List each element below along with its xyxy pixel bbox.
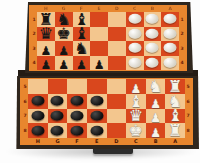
black-pawn: ♟ xyxy=(58,45,69,57)
square-b4 xyxy=(144,56,162,71)
square-h7 xyxy=(28,109,48,124)
white-checker xyxy=(146,58,159,68)
square-a3 xyxy=(161,41,179,56)
square-e6 xyxy=(87,94,107,109)
white-pawn: ♟ xyxy=(150,127,161,139)
square-c1 xyxy=(126,12,144,27)
black-checker xyxy=(51,96,64,106)
black-pawn: ♟ xyxy=(40,59,51,71)
product-photo: HGFEDCBA 1234 ♜♞♝♛♚♝♟♟♞♟♟♟♟ 1234 5678 ♟♞… xyxy=(0,0,200,163)
black-checker xyxy=(90,111,103,121)
square-h3: ♟ xyxy=(37,41,55,56)
white-rook: ♜ xyxy=(168,123,182,139)
square-g7 xyxy=(48,109,68,124)
white-knight: ♞ xyxy=(148,79,162,95)
square-a4 xyxy=(161,56,179,71)
square-e3 xyxy=(90,41,108,56)
square-d4 xyxy=(108,56,126,71)
white-pawn: ♟ xyxy=(150,112,161,124)
coordinate-label: 6 xyxy=(186,99,189,104)
coordinate-label: 7 xyxy=(186,113,189,118)
white-checker xyxy=(164,14,177,24)
square-e2 xyxy=(90,27,108,42)
square-h4: ♟ xyxy=(37,56,55,71)
coordinate-label: 2 xyxy=(32,31,35,36)
square-a1 xyxy=(161,12,179,27)
square-a8: ♜ xyxy=(165,123,185,138)
coordinate-label: 6 xyxy=(23,99,26,104)
square-b7: ♟ xyxy=(146,109,166,124)
white-checker xyxy=(128,14,141,24)
square-f5 xyxy=(67,79,87,94)
square-b3 xyxy=(144,41,162,56)
black-checker xyxy=(31,125,44,135)
black-pawn: ♟ xyxy=(94,59,105,71)
square-f3: ♞ xyxy=(73,41,91,56)
black-checker xyxy=(90,125,103,135)
square-g3: ♟ xyxy=(55,41,73,56)
white-checker xyxy=(164,43,177,53)
bottom-letter-strip: HGFEDCBA xyxy=(22,138,191,144)
square-d1 xyxy=(108,12,126,27)
square-b5: ♞ xyxy=(146,79,166,94)
square-f6 xyxy=(67,94,87,109)
coordinate-label: H xyxy=(28,138,48,144)
square-e4: ♟ xyxy=(90,56,108,71)
square-g5 xyxy=(48,79,68,94)
square-g2: ♚ xyxy=(55,27,73,42)
coordinate-label: 4 xyxy=(180,60,183,65)
square-e1 xyxy=(90,12,108,27)
white-checker xyxy=(146,29,159,39)
black-pawn: ♟ xyxy=(40,45,51,57)
square-e7 xyxy=(87,109,107,124)
coordinate-label: 1 xyxy=(32,17,35,22)
white-checker xyxy=(128,29,141,39)
board-bottom-half: 5678 ♟♞♜♝♟♞♛♟♝♚♟♜ 5678 HGFEDCBA xyxy=(16,76,199,149)
square-f8 xyxy=(67,123,87,138)
black-checker xyxy=(71,111,84,121)
square-b1 xyxy=(144,12,162,27)
square-g6 xyxy=(48,94,68,109)
square-g8 xyxy=(48,123,68,138)
square-e8 xyxy=(87,123,107,138)
white-pawn: ♟ xyxy=(150,98,161,110)
square-b6: ♟ xyxy=(146,94,166,109)
coordinate-label: 4 xyxy=(32,60,35,65)
square-b2 xyxy=(144,27,162,42)
square-c3 xyxy=(126,41,144,56)
square-c2 xyxy=(126,27,144,42)
black-checker xyxy=(71,125,84,135)
coordinate-label: G xyxy=(48,138,68,144)
board-grid-top: ♜♞♝♛♚♝♟♟♞♟♟♟♟ xyxy=(37,12,179,70)
board-grid-bottom: ♟♞♜♝♟♞♛♟♝♚♟♜ xyxy=(28,79,185,138)
square-h5 xyxy=(28,79,48,94)
board-bottom-surface: 5678 ♟♞♜♝♟♞♛♟♝♚♟♜ 5678 HGFEDCBA xyxy=(20,78,193,145)
square-d7 xyxy=(107,109,127,124)
white-checker xyxy=(128,43,141,53)
coordinate-label: 8 xyxy=(186,128,189,133)
coordinate-label: F xyxy=(67,138,87,144)
bottom-half-right-numbers: 5678 xyxy=(185,79,191,138)
square-d5 xyxy=(107,79,127,94)
square-c8: ♚ xyxy=(126,123,146,138)
coordinate-label: 8 xyxy=(23,128,26,133)
square-b8: ♟ xyxy=(146,123,166,138)
square-f4: ♟ xyxy=(73,56,91,71)
black-queen: ♛ xyxy=(39,26,53,42)
black-knight: ♞ xyxy=(74,41,88,57)
black-checker xyxy=(71,96,84,106)
square-d2 xyxy=(108,27,126,42)
white-checker xyxy=(128,58,141,68)
square-d3 xyxy=(108,41,126,56)
white-checker xyxy=(146,14,159,24)
board-top-surface: HGFEDCBA 1234 ♜♞♝♛♚♝♟♟♞♟♟♟♟ 1234 xyxy=(29,5,187,71)
square-c4 xyxy=(126,56,144,71)
square-d6 xyxy=(107,94,127,109)
black-checker xyxy=(90,96,103,106)
coordinate-label: 3 xyxy=(32,46,35,51)
square-e5 xyxy=(87,79,107,94)
black-checker xyxy=(51,111,64,121)
square-h8 xyxy=(28,123,48,138)
board-top-half: HGFEDCBA 1234 ♜♞♝♛♚♝♟♟♞♟♟♟♟ 1234 xyxy=(25,2,193,73)
square-h6 xyxy=(28,94,48,109)
coordinate-label: 7 xyxy=(23,113,26,118)
coordinate-label: 5 xyxy=(23,84,26,89)
square-h2: ♛ xyxy=(37,27,55,42)
top-half-right-numbers: 1234 xyxy=(179,12,185,70)
square-f7 xyxy=(67,109,87,124)
white-checker xyxy=(164,29,177,39)
black-king: ♚ xyxy=(56,26,70,42)
coordinate-label: 5 xyxy=(186,84,189,89)
coordinate-label: 2 xyxy=(180,31,183,36)
black-pawn: ♟ xyxy=(58,59,69,71)
black-checker xyxy=(31,111,44,121)
white-king: ♚ xyxy=(129,123,143,139)
white-checker xyxy=(146,43,159,53)
white-checker xyxy=(164,58,177,68)
black-pawn: ♟ xyxy=(76,59,87,71)
black-checker xyxy=(51,125,64,135)
square-d8 xyxy=(107,123,127,138)
coordinate-label: D xyxy=(107,138,127,144)
square-g4: ♟ xyxy=(55,56,73,71)
coordinate-label: 3 xyxy=(180,46,183,51)
square-a2 xyxy=(161,27,179,42)
black-checker xyxy=(31,96,44,106)
coordinate-label: E xyxy=(87,138,107,144)
coordinate-label: 1 xyxy=(180,17,183,22)
